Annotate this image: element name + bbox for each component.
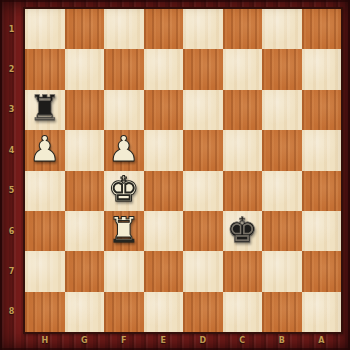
file-labels: HGFEDCBA [25,334,341,347]
square-d4[interactable] [183,130,223,170]
square-g8[interactable] [65,292,105,332]
square-h3[interactable]: ♜ [25,90,65,130]
square-h1[interactable] [25,9,65,49]
square-g3[interactable] [65,90,105,130]
square-d6[interactable] [183,211,223,251]
rank-label-2: 2 [0,49,23,89]
square-c3[interactable] [223,90,263,130]
square-h6[interactable] [25,211,65,251]
square-f6[interactable]: ♜ [104,211,144,251]
square-f4[interactable]: ♟ [104,130,144,170]
black-rook-piece[interactable]: ♜ [29,91,60,126]
square-h5[interactable] [25,171,65,211]
square-f5[interactable]: ♚ [104,171,144,211]
file-label-f: F [104,334,144,347]
rank-label-5: 5 [0,171,23,211]
square-b6[interactable] [262,211,302,251]
rank-label-1: 1 [0,9,23,49]
square-h8[interactable] [25,292,65,332]
square-e3[interactable] [144,90,184,130]
file-label-h: H [25,334,65,347]
file-label-c: C [223,334,263,347]
square-f2[interactable] [104,49,144,89]
square-g5[interactable] [65,171,105,211]
square-b8[interactable] [262,292,302,332]
square-d3[interactable] [183,90,223,130]
file-label-d: D [183,334,223,347]
square-d5[interactable] [183,171,223,211]
square-c8[interactable] [223,292,263,332]
square-d8[interactable] [183,292,223,332]
square-c1[interactable] [223,9,263,49]
square-d1[interactable] [183,9,223,49]
square-c6[interactable]: ♚ [223,211,263,251]
rank-label-7: 7 [0,251,23,291]
square-e8[interactable] [144,292,184,332]
square-e2[interactable] [144,49,184,89]
rank-label-4: 4 [0,130,23,170]
black-king-piece[interactable]: ♚ [227,213,258,248]
square-g7[interactable] [65,251,105,291]
square-e4[interactable] [144,130,184,170]
square-e5[interactable] [144,171,184,211]
square-h7[interactable] [25,251,65,291]
file-label-g: G [65,334,105,347]
chessboard-frame: ♜♟♟♚♜♚ 12345678 HGFEDCBA [0,0,350,350]
square-b5[interactable] [262,171,302,211]
file-label-a: A [302,334,342,347]
square-a6[interactable] [302,211,342,251]
white-king-piece[interactable]: ♚ [108,172,139,207]
square-g1[interactable] [65,9,105,49]
square-e6[interactable] [144,211,184,251]
square-g6[interactable] [65,211,105,251]
square-c2[interactable] [223,49,263,89]
rank-label-6: 6 [0,211,23,251]
white-rook-piece[interactable]: ♜ [108,213,139,248]
square-c5[interactable] [223,171,263,211]
square-b1[interactable] [262,9,302,49]
square-b2[interactable] [262,49,302,89]
square-f8[interactable] [104,292,144,332]
square-e1[interactable] [144,9,184,49]
rank-label-8: 8 [0,292,23,332]
square-f7[interactable] [104,251,144,291]
chessboard: ♜♟♟♚♜♚ [23,7,343,334]
square-d7[interactable] [183,251,223,291]
square-a4[interactable] [302,130,342,170]
square-b3[interactable] [262,90,302,130]
square-a1[interactable] [302,9,342,49]
square-g4[interactable] [65,130,105,170]
square-g2[interactable] [65,49,105,89]
square-e7[interactable] [144,251,184,291]
square-a5[interactable] [302,171,342,211]
white-pawn-piece[interactable]: ♟ [108,132,139,167]
square-f3[interactable] [104,90,144,130]
square-h4[interactable]: ♟ [25,130,65,170]
square-c4[interactable] [223,130,263,170]
rank-label-3: 3 [0,90,23,130]
square-h2[interactable] [25,49,65,89]
file-label-e: E [144,334,184,347]
square-a2[interactable] [302,49,342,89]
file-label-b: B [262,334,302,347]
rank-labels: 12345678 [0,9,23,332]
square-a7[interactable] [302,251,342,291]
square-c7[interactable] [223,251,263,291]
square-f1[interactable] [104,9,144,49]
square-b7[interactable] [262,251,302,291]
square-a3[interactable] [302,90,342,130]
square-a8[interactable] [302,292,342,332]
white-pawn-piece[interactable]: ♟ [29,132,60,167]
square-b4[interactable] [262,130,302,170]
square-d2[interactable] [183,49,223,89]
